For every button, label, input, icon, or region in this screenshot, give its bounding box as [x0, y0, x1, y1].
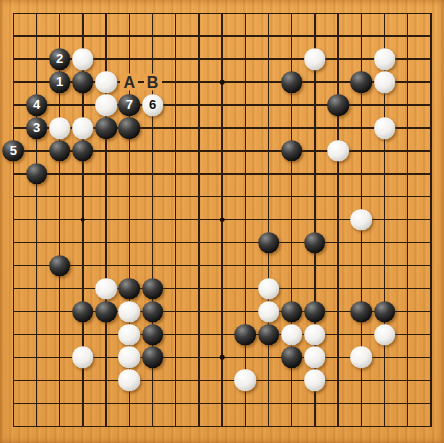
stone-black	[49, 255, 71, 277]
move-number: 6	[149, 99, 156, 112]
stone-black: 1	[49, 71, 71, 93]
stone-black	[351, 301, 373, 323]
stone-white	[258, 278, 280, 300]
stone-black	[72, 140, 94, 162]
stone-white: 6	[142, 94, 164, 116]
stone-black	[142, 278, 164, 300]
variation-label-a[interactable]: A	[120, 74, 138, 91]
stone-black: 5	[3, 140, 25, 162]
move-number: 3	[33, 121, 40, 134]
stone-black: 2	[49, 48, 71, 70]
move-number: 4	[33, 99, 40, 112]
star-point	[81, 217, 86, 222]
stone-black	[119, 117, 141, 139]
stone-white	[119, 347, 141, 369]
grid-line-vertical	[245, 13, 246, 428]
star-point	[220, 355, 225, 360]
stone-black	[304, 232, 326, 254]
star-point	[220, 80, 225, 85]
stone-white	[72, 48, 94, 70]
stone-black	[72, 301, 94, 323]
stone-white	[72, 117, 94, 139]
stone-black	[95, 117, 117, 139]
grid-line-horizontal	[13, 334, 432, 335]
move-number: 2	[56, 53, 63, 66]
grid-line-horizontal	[13, 242, 432, 243]
grid-line-horizontal	[13, 265, 432, 266]
stone-white	[374, 117, 396, 139]
stone-white	[72, 347, 94, 369]
stone-white	[119, 370, 141, 392]
stone-white	[235, 370, 257, 392]
stone-white	[281, 324, 303, 346]
stone-white	[351, 347, 373, 369]
grid-line-horizontal	[13, 288, 432, 289]
move-number: 1	[56, 76, 63, 89]
stone-black	[374, 301, 396, 323]
stone-black: 3	[26, 117, 48, 139]
stone-black	[95, 301, 117, 323]
stone-black	[327, 94, 349, 116]
stone-black	[72, 71, 94, 93]
stone-white	[374, 71, 396, 93]
page: 2147635AB	[0, 0, 444, 443]
stone-black	[26, 163, 48, 185]
stone-white	[304, 324, 326, 346]
stone-black	[235, 324, 257, 346]
stone-white	[304, 347, 326, 369]
stone-white	[119, 324, 141, 346]
go-board[interactable]: 2147635AB	[0, 0, 444, 443]
stone-black	[258, 324, 280, 346]
stone-white	[49, 117, 71, 139]
grid-line-horizontal	[13, 403, 432, 404]
move-number: 5	[10, 144, 17, 157]
stone-black	[142, 324, 164, 346]
variation-label-b[interactable]: B	[144, 74, 162, 91]
grid-line-horizontal	[13, 426, 432, 427]
stone-white	[374, 48, 396, 70]
stone-black	[281, 140, 303, 162]
stone-white	[351, 209, 373, 231]
grid-line-vertical	[430, 13, 431, 428]
stone-white	[95, 94, 117, 116]
stone-white	[95, 71, 117, 93]
stone-black: 4	[26, 94, 48, 116]
grid-line-vertical	[337, 13, 338, 428]
stone-black	[351, 71, 373, 93]
stone-white	[95, 278, 117, 300]
stone-black	[304, 301, 326, 323]
stone-black	[281, 71, 303, 93]
grid-line-horizontal	[13, 380, 432, 381]
stone-white	[374, 324, 396, 346]
grid-line-vertical	[268, 13, 269, 428]
star-point	[220, 217, 225, 222]
stone-black	[119, 278, 141, 300]
grid-line-vertical	[407, 13, 408, 428]
stone-black	[281, 301, 303, 323]
stone-black	[142, 301, 164, 323]
stone-white	[304, 370, 326, 392]
stone-white	[119, 301, 141, 323]
stone-white	[304, 48, 326, 70]
stone-black	[258, 232, 280, 254]
move-number: 7	[126, 99, 133, 112]
stone-black	[49, 140, 71, 162]
stone-white	[258, 301, 280, 323]
stone-white	[327, 140, 349, 162]
stone-black: 7	[119, 94, 141, 116]
stone-black	[281, 347, 303, 369]
stone-black	[142, 347, 164, 369]
